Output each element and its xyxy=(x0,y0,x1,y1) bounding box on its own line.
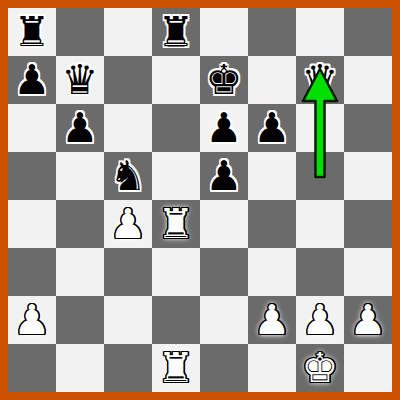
square-a3[interactable] xyxy=(8,248,56,296)
square-b6[interactable]: ♟ xyxy=(56,104,104,152)
square-h1[interactable] xyxy=(344,344,392,392)
square-a1[interactable] xyxy=(8,344,56,392)
piece-black-pawn-e6[interactable]: ♟ xyxy=(200,104,248,152)
piece-white-pawn-c4[interactable]: ♟ xyxy=(104,200,152,248)
piece-black-pawn-a7[interactable]: ♟ xyxy=(8,56,56,104)
square-e2[interactable] xyxy=(200,296,248,344)
square-f7[interactable] xyxy=(248,56,296,104)
square-b7[interactable]: ♛ xyxy=(56,56,104,104)
square-c8[interactable] xyxy=(104,8,152,56)
square-h3[interactable] xyxy=(344,248,392,296)
square-g7[interactable]: ♛ xyxy=(296,56,344,104)
square-c6[interactable] xyxy=(104,104,152,152)
square-c7[interactable] xyxy=(104,56,152,104)
square-g6[interactable] xyxy=(296,104,344,152)
square-b4[interactable] xyxy=(56,200,104,248)
piece-white-king-g1[interactable]: ♚ xyxy=(296,344,344,392)
piece-white-pawn-h2[interactable]: ♟ xyxy=(344,296,392,344)
square-b1[interactable] xyxy=(56,344,104,392)
square-a6[interactable] xyxy=(8,104,56,152)
square-g2[interactable]: ♟ xyxy=(296,296,344,344)
piece-black-pawn-e5[interactable]: ♟ xyxy=(200,152,248,200)
square-e3[interactable] xyxy=(200,248,248,296)
square-d2[interactable] xyxy=(152,296,200,344)
square-c2[interactable] xyxy=(104,296,152,344)
piece-white-pawn-a2[interactable]: ♟ xyxy=(8,296,56,344)
square-h2[interactable]: ♟ xyxy=(344,296,392,344)
square-e1[interactable] xyxy=(200,344,248,392)
square-g1[interactable]: ♚ xyxy=(296,344,344,392)
square-c5[interactable]: ♞ xyxy=(104,152,152,200)
square-f6[interactable]: ♟ xyxy=(248,104,296,152)
square-f4[interactable] xyxy=(248,200,296,248)
square-a4[interactable] xyxy=(8,200,56,248)
square-f2[interactable]: ♟ xyxy=(248,296,296,344)
square-g4[interactable] xyxy=(296,200,344,248)
square-h6[interactable] xyxy=(344,104,392,152)
square-f1[interactable] xyxy=(248,344,296,392)
square-a8[interactable]: ♜ xyxy=(8,8,56,56)
square-h8[interactable] xyxy=(344,8,392,56)
square-b2[interactable] xyxy=(56,296,104,344)
square-d1[interactable]: ♜ xyxy=(152,344,200,392)
piece-black-queen-g7[interactable]: ♛ xyxy=(296,56,344,104)
piece-black-king-e7[interactable]: ♚ xyxy=(200,56,248,104)
square-e7[interactable]: ♚ xyxy=(200,56,248,104)
square-e6[interactable]: ♟ xyxy=(200,104,248,152)
chess-board[interactable]: ♜♜♟♛♚♛♟♟♟♞♟♟♜♟♟♟♟♜♚ xyxy=(8,8,392,392)
square-f5[interactable] xyxy=(248,152,296,200)
square-g8[interactable] xyxy=(296,8,344,56)
piece-black-pawn-f6[interactable]: ♟ xyxy=(248,104,296,152)
square-d5[interactable] xyxy=(152,152,200,200)
square-d3[interactable] xyxy=(152,248,200,296)
square-d7[interactable] xyxy=(152,56,200,104)
square-h7[interactable] xyxy=(344,56,392,104)
square-e8[interactable] xyxy=(200,8,248,56)
square-b3[interactable] xyxy=(56,248,104,296)
square-h4[interactable] xyxy=(344,200,392,248)
square-b8[interactable] xyxy=(56,8,104,56)
square-b5[interactable] xyxy=(56,152,104,200)
piece-black-rook-a8[interactable]: ♜ xyxy=(8,8,56,56)
square-e4[interactable] xyxy=(200,200,248,248)
square-d8[interactable]: ♜ xyxy=(152,8,200,56)
square-h5[interactable] xyxy=(344,152,392,200)
square-a5[interactable] xyxy=(8,152,56,200)
board-frame: ♜♜♟♛♚♛♟♟♟♞♟♟♜♟♟♟♟♜♚ xyxy=(0,0,400,400)
piece-black-knight-c5[interactable]: ♞ xyxy=(104,152,152,200)
square-c4[interactable]: ♟ xyxy=(104,200,152,248)
square-a7[interactable]: ♟ xyxy=(8,56,56,104)
piece-white-rook-d1[interactable]: ♜ xyxy=(152,344,200,392)
square-c3[interactable] xyxy=(104,248,152,296)
square-g3[interactable] xyxy=(296,248,344,296)
piece-white-pawn-f2[interactable]: ♟ xyxy=(248,296,296,344)
square-d4[interactable]: ♜ xyxy=(152,200,200,248)
square-e5[interactable]: ♟ xyxy=(200,152,248,200)
square-c1[interactable] xyxy=(104,344,152,392)
square-d6[interactable] xyxy=(152,104,200,152)
piece-black-pawn-b6[interactable]: ♟ xyxy=(56,104,104,152)
square-f8[interactable] xyxy=(248,8,296,56)
piece-white-rook-d4[interactable]: ♜ xyxy=(152,200,200,248)
piece-white-pawn-g2[interactable]: ♟ xyxy=(296,296,344,344)
square-g5[interactable] xyxy=(296,152,344,200)
piece-black-queen-b7[interactable]: ♛ xyxy=(56,56,104,104)
square-a2[interactable]: ♟ xyxy=(8,296,56,344)
piece-black-rook-d8[interactable]: ♜ xyxy=(152,8,200,56)
square-f3[interactable] xyxy=(248,248,296,296)
